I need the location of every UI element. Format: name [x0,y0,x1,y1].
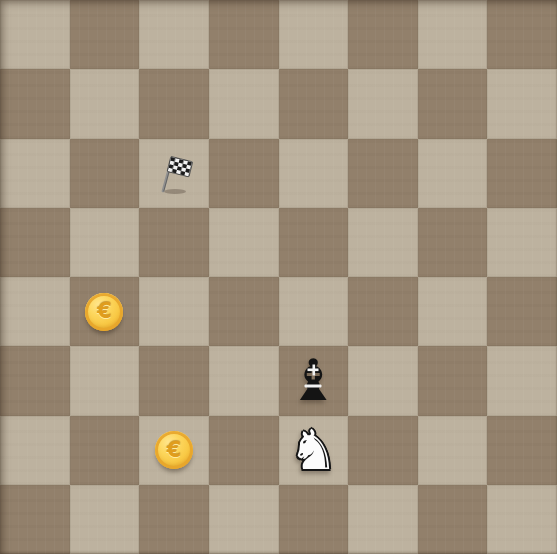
white-knight-glyph: ♞ [289,423,338,478]
euro-coin-icon: € [155,431,193,469]
euro-symbol: € [97,301,112,322]
game-board: €♝€♞ [0,0,557,554]
black-bishop-e3[interactable]: ♝ [279,346,349,415]
euro-coin-icon: € [85,293,123,331]
white-knight-e2[interactable]: ♞ [279,416,349,485]
euro-coin-c2[interactable]: € [139,416,209,485]
euro-coin-b4[interactable]: € [70,277,140,346]
pieces-layer: €♝€♞ [0,0,557,554]
finish-flag-icon [151,150,197,196]
finish-flag-c6[interactable] [139,139,209,208]
black-bishop-glyph: ♝ [288,352,339,409]
euro-symbol: € [167,440,182,461]
